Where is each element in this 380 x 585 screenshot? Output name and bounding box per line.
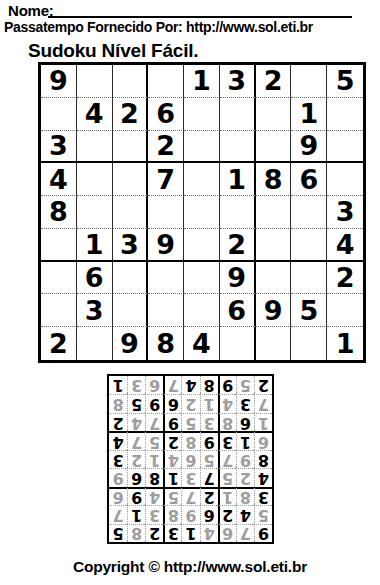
solution-cell-r3c5: 7 [181, 487, 199, 505]
puzzle-cell-r5c1: 8 [41, 196, 77, 229]
puzzle-cell-r4c6: 1 [220, 163, 256, 196]
solution-cell-r7c1: 1 [254, 413, 272, 431]
puzzle-cell-r3c4: 2 [148, 131, 184, 164]
solution-cell-r2c9: 7 [109, 505, 127, 523]
puzzle-cell-r7c2: 6 [77, 262, 113, 295]
puzzle-cell-r9c8[interactable] [291, 327, 327, 360]
solution-cell-r2c4: 6 [200, 505, 218, 523]
solution-cell-r1c3: 6 [218, 524, 236, 542]
puzzle-cell-r2c2: 4 [77, 98, 113, 131]
puzzle-cell-r4c8: 6 [291, 163, 327, 196]
provider-text: Passatempo Fornecido Por: http://www.sol… [4, 19, 313, 35]
puzzle-cell-r8c8: 5 [291, 294, 327, 327]
solution-cell-r6c6: 2 [163, 431, 181, 449]
solution-cell-r7c3: 8 [218, 413, 236, 431]
puzzle-cell-r1c3[interactable] [113, 65, 149, 98]
solution-cell-r1c1: 9 [254, 524, 272, 542]
solution-cell-r5c6: 4 [163, 450, 181, 468]
puzzle-cell-r1c1: 9 [41, 65, 77, 98]
puzzle-cell-r3c1: 3 [41, 131, 77, 164]
solution-cell-r3c4: 2 [200, 487, 218, 505]
solution-cell-r7c7: 7 [145, 413, 163, 431]
solution-cell-r6c4: 9 [200, 431, 218, 449]
solution-cell-r6c9: 4 [109, 431, 127, 449]
puzzle-cell-r5c9: 3 [327, 196, 363, 229]
puzzle-cell-r9c2[interactable] [77, 327, 113, 360]
puzzle-cell-r6c1[interactable] [41, 229, 77, 262]
puzzle-cell-r3c6[interactable] [220, 131, 256, 164]
solution-cell-r2c7: 3 [145, 505, 163, 523]
solution-cell-r8c7: 9 [145, 394, 163, 412]
puzzle-cell-r2c9[interactable] [327, 98, 363, 131]
solution-cell-r4c5: 3 [181, 468, 199, 486]
puzzle-cell-r7c3[interactable] [113, 262, 149, 295]
solution-cell-r4c2: 2 [236, 468, 254, 486]
solution-cell-r8c1: 7 [254, 394, 272, 412]
solution-cell-r8c3: 4 [218, 394, 236, 412]
solution-cell-r1c9: 5 [109, 524, 127, 542]
solution-cell-r7c2: 6 [236, 413, 254, 431]
solution-cell-r6c2: 1 [236, 431, 254, 449]
solution-cell-r2c6: 8 [163, 505, 181, 523]
puzzle-cell-r8c4[interactable] [148, 294, 184, 327]
solution-cell-r3c3: 1 [218, 487, 236, 505]
puzzle-cell-r9c7[interactable] [256, 327, 292, 360]
puzzle-cell-r4c2[interactable] [77, 163, 113, 196]
solution-cell-r9c2: 5 [236, 376, 254, 394]
puzzle-cell-r1c8[interactable] [291, 65, 327, 98]
puzzle-cell-r7c5[interactable] [184, 262, 220, 295]
solution-cell-r4c9: 9 [109, 468, 127, 486]
puzzle-cell-r4c1: 4 [41, 163, 77, 196]
puzzle-cell-r8c9[interactable] [327, 294, 363, 327]
puzzle-cell-r6c2: 1 [77, 229, 113, 262]
puzzle-cell-r3c9[interactable] [327, 131, 363, 164]
solution-cell-r1c7: 2 [145, 524, 163, 542]
puzzle-cell-r6c6: 2 [220, 229, 256, 262]
puzzle-cell-r8c3[interactable] [113, 294, 149, 327]
solution-cell-r4c6: 1 [163, 468, 181, 486]
puzzle-cell-r1c7: 2 [256, 65, 292, 98]
solution-cell-r3c1: 3 [254, 487, 272, 505]
puzzle-cell-r7c4[interactable] [148, 262, 184, 295]
puzzle-cell-r1c6: 3 [220, 65, 256, 98]
puzzle-cell-r1c9: 5 [327, 65, 363, 98]
solution-cell-r2c3: 2 [218, 505, 236, 523]
puzzle-cell-r3c7[interactable] [256, 131, 292, 164]
solution-cell-r3c7: 4 [145, 487, 163, 505]
puzzle-cell-r9c6[interactable] [220, 327, 256, 360]
solution-cell-r9c3: 9 [218, 376, 236, 394]
puzzle-cell-r7c7[interactable] [256, 262, 292, 295]
puzzle-cell-r2c5[interactable] [184, 98, 220, 131]
puzzle-cell-r5c3[interactable] [113, 196, 149, 229]
solution-cell-r1c4: 4 [200, 524, 218, 542]
puzzle-cell-r6c7[interactable] [256, 229, 292, 262]
solution-cell-r2c5: 9 [181, 505, 199, 523]
puzzle-cell-r7c1[interactable] [41, 262, 77, 295]
solution-cell-r9c9: 1 [109, 376, 127, 394]
puzzle-cell-r4c4: 7 [148, 163, 184, 196]
puzzle-cell-r8c2: 3 [77, 294, 113, 327]
puzzle-cell-r8c6: 6 [220, 294, 256, 327]
puzzle-cell-r2c6[interactable] [220, 98, 256, 131]
puzzle-cell-r2c1[interactable] [41, 98, 77, 131]
solution-cell-r7c4: 3 [200, 413, 218, 431]
puzzle-cell-r3c5[interactable] [184, 131, 220, 164]
solution-cell-r9c8: 3 [127, 376, 145, 394]
puzzle-cell-r2c3: 2 [113, 98, 149, 131]
solution-cell-r4c7: 8 [145, 468, 163, 486]
solution-cell-r9c5: 4 [181, 376, 199, 394]
solution-cell-r4c3: 5 [218, 468, 236, 486]
solution-cell-r5c5: 6 [181, 450, 199, 468]
copyright-text: Copyright © http://www.sol.eti.br [0, 558, 380, 576]
solution-cell-r4c4: 7 [200, 468, 218, 486]
solution-cell-r6c8: 7 [127, 431, 145, 449]
puzzle-cell-r5c6[interactable] [220, 196, 256, 229]
solution-cell-r5c9: 3 [109, 450, 127, 468]
solution-cell-r1c2: 7 [236, 524, 254, 542]
puzzle-cell-r9c5: 4 [184, 327, 220, 360]
solution-cell-r4c8: 6 [127, 468, 145, 486]
solution-cell-r8c8: 5 [127, 394, 145, 412]
name-label: Nome: [8, 2, 54, 19]
puzzle-cell-r2c4: 6 [148, 98, 184, 131]
solution-cell-r2c1: 5 [254, 505, 272, 523]
puzzle-cell-r5c7[interactable] [256, 196, 292, 229]
solution-grid: 9764132855426983173812754964257318698975… [107, 374, 274, 544]
sudoku-page: Nome: Passatempo Fornecido Por: http://w… [0, 0, 380, 585]
solution-cell-r3c9: 6 [109, 487, 127, 505]
solution-cell-r8c6: 6 [163, 394, 181, 412]
puzzle-cell-r6c5[interactable] [184, 229, 220, 262]
puzzle-cell-r1c2[interactable] [77, 65, 113, 98]
puzzle-cell-r9c1: 2 [41, 327, 77, 360]
solution-cell-r9c4: 8 [200, 376, 218, 394]
solution-cell-r6c5: 8 [181, 431, 199, 449]
solution-cell-r5c3: 7 [218, 450, 236, 468]
puzzle-cell-r1c4[interactable] [148, 65, 184, 98]
puzzle-cell-r3c8: 9 [291, 131, 327, 164]
puzzle-cell-r5c4[interactable] [148, 196, 184, 229]
name-fill-in-line[interactable] [48, 3, 352, 18]
puzzle-cell-r2c7[interactable] [256, 98, 292, 131]
solution-cell-r8c4: 1 [200, 394, 218, 412]
puzzle-cell-r5c5[interactable] [184, 196, 220, 229]
solution-cell-r5c7: 1 [145, 450, 163, 468]
solution-cell-r5c1: 8 [254, 450, 272, 468]
puzzle-cell-r6c8[interactable] [291, 229, 327, 262]
solution-cell-r6c1: 6 [254, 431, 272, 449]
solution-cell-r9c6: 7 [163, 376, 181, 394]
puzzle-cell-r2c8: 1 [291, 98, 327, 131]
solution-cell-r6c7: 5 [145, 431, 163, 449]
puzzle-cell-r9c3: 9 [113, 327, 149, 360]
solution-cell-r3c6: 5 [163, 487, 181, 505]
solution-cell-r3c8: 9 [127, 487, 145, 505]
puzzle-cell-r4c7: 8 [256, 163, 292, 196]
puzzle-cell-r8c1[interactable] [41, 294, 77, 327]
solution-cell-r5c8: 2 [127, 450, 145, 468]
puzzle-cell-r8c5[interactable] [184, 294, 220, 327]
solution-cell-r2c2: 4 [236, 505, 254, 523]
solution-cell-r8c2: 3 [236, 394, 254, 412]
solution-cell-r5c2: 9 [236, 450, 254, 468]
puzzle-cell-r6c9: 4 [327, 229, 363, 262]
solution-cell-r7c5: 5 [181, 413, 199, 431]
solution-cell-r9c1: 2 [254, 376, 272, 394]
puzzle-cell-r4c3[interactable] [113, 163, 149, 196]
puzzle-cell-r7c8[interactable] [291, 262, 327, 295]
solution-cell-r8c9: 8 [109, 394, 127, 412]
puzzle-cell-r3c3[interactable] [113, 131, 149, 164]
puzzle-cell-r7c6: 9 [220, 262, 256, 295]
solution-cell-r3c2: 8 [236, 487, 254, 505]
solution-cell-r6c3: 3 [218, 431, 236, 449]
puzzle-grid: 913254261329471868313924692369529841 [38, 62, 366, 363]
puzzle-cell-r4c9[interactable] [327, 163, 363, 196]
puzzle-cell-r7c9: 2 [327, 262, 363, 295]
solution-cell-r1c5: 1 [181, 524, 199, 542]
puzzle-cell-r5c8[interactable] [291, 196, 327, 229]
solution-cell-r4c1: 4 [254, 468, 272, 486]
solution-cell-r2c8: 1 [127, 505, 145, 523]
puzzle-cell-r8c7: 9 [256, 294, 292, 327]
puzzle-cell-r3c2[interactable] [77, 131, 113, 164]
solution-cell-r8c5: 2 [181, 394, 199, 412]
puzzle-cell-r1c5: 1 [184, 65, 220, 98]
solution-cell-r9c7: 6 [145, 376, 163, 394]
puzzle-cell-r4c5[interactable] [184, 163, 220, 196]
puzzle-cell-r6c4: 9 [148, 229, 184, 262]
solution-cell-r5c4: 5 [200, 450, 218, 468]
solution-cell-r7c8: 4 [127, 413, 145, 431]
solution-cell-r7c6: 9 [163, 413, 181, 431]
solution-cell-r1c8: 8 [127, 524, 145, 542]
puzzle-cell-r9c4: 8 [148, 327, 184, 360]
solution-cell-r1c6: 3 [163, 524, 181, 542]
puzzle-cell-r6c3: 3 [113, 229, 149, 262]
puzzle-cell-r9c9: 1 [327, 327, 363, 360]
solution-cell-r7c9: 2 [109, 413, 127, 431]
page-title: Sudoku Nível Fácil. [28, 40, 198, 62]
puzzle-cell-r5c2[interactable] [77, 196, 113, 229]
